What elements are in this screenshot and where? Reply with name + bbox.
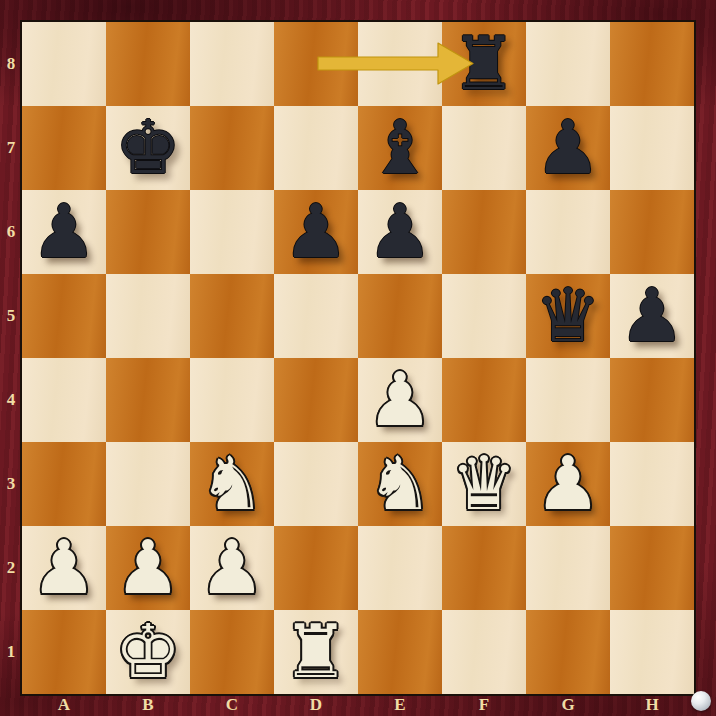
square-g1[interactable] (526, 610, 610, 694)
file-label-h: H (610, 694, 694, 716)
piece-black-pawn-a6[interactable]: ♟ (22, 190, 106, 274)
square-d2[interactable] (274, 526, 358, 610)
square-f1[interactable] (442, 610, 526, 694)
piece-white-pawn-b2[interactable]: ♟ (106, 526, 190, 610)
square-g8[interactable] (526, 22, 610, 106)
piece-black-pawn-d6[interactable]: ♟ (274, 190, 358, 274)
square-a3[interactable] (22, 442, 106, 526)
rank-label-5: 5 (0, 274, 22, 358)
square-e2[interactable] (358, 526, 442, 610)
piece-white-pawn-g3[interactable]: ♟ (526, 442, 610, 526)
file-label-b: B (106, 694, 190, 716)
rank-label-8: 8 (0, 22, 22, 106)
file-label-c: C (190, 694, 274, 716)
piece-white-queen-f3[interactable]: ♛ (442, 442, 526, 526)
file-label-a: A (22, 694, 106, 716)
square-g6[interactable] (526, 190, 610, 274)
square-d7[interactable] (274, 106, 358, 190)
square-d4[interactable] (274, 358, 358, 442)
square-b8[interactable] (106, 22, 190, 106)
square-b3[interactable] (106, 442, 190, 526)
file-labels: ABCDEFGH (22, 694, 694, 716)
piece-black-pawn-g7[interactable]: ♟ (526, 106, 610, 190)
file-label-d: D (274, 694, 358, 716)
square-f6[interactable] (442, 190, 526, 274)
square-e8[interactable] (358, 22, 442, 106)
board: ♜♚♝♟♟♟♟♛♟♟♞♞♛♟♟♟♟♚♜ (22, 22, 694, 694)
square-b4[interactable] (106, 358, 190, 442)
square-h8[interactable] (610, 22, 694, 106)
piece-black-king-b7[interactable]: ♚ (106, 106, 190, 190)
file-label-g: G (526, 694, 610, 716)
rank-label-1: 1 (0, 610, 22, 694)
rank-label-6: 6 (0, 190, 22, 274)
piece-white-pawn-e4[interactable]: ♟ (358, 358, 442, 442)
square-f7[interactable] (442, 106, 526, 190)
square-c5[interactable] (190, 274, 274, 358)
square-c4[interactable] (190, 358, 274, 442)
glossy-ball-icon (691, 691, 711, 711)
square-h2[interactable] (610, 526, 694, 610)
square-d5[interactable] (274, 274, 358, 358)
file-label-f: F (442, 694, 526, 716)
square-a1[interactable] (22, 610, 106, 694)
square-c8[interactable] (190, 22, 274, 106)
square-g4[interactable] (526, 358, 610, 442)
rank-labels: 87654321 (0, 22, 22, 694)
square-h6[interactable] (610, 190, 694, 274)
square-a7[interactable] (22, 106, 106, 190)
square-c7[interactable] (190, 106, 274, 190)
rank-label-2: 2 (0, 526, 22, 610)
rank-label-7: 7 (0, 106, 22, 190)
chess-board-frame: 87654321 ♜♚♝♟♟♟♟♛♟♟♞♞♛♟♟♟♟♚♜ ABCDEFGH (0, 0, 716, 716)
piece-white-pawn-a2[interactable]: ♟ (22, 526, 106, 610)
piece-white-knight-c3[interactable]: ♞ (190, 442, 274, 526)
piece-white-pawn-c2[interactable]: ♟ (190, 526, 274, 610)
square-e1[interactable] (358, 610, 442, 694)
square-f5[interactable] (442, 274, 526, 358)
square-g2[interactable] (526, 526, 610, 610)
square-h3[interactable] (610, 442, 694, 526)
square-a4[interactable] (22, 358, 106, 442)
square-d8[interactable] (274, 22, 358, 106)
piece-white-rook-d1[interactable]: ♜ (274, 610, 358, 694)
square-b6[interactable] (106, 190, 190, 274)
rank-label-3: 3 (0, 442, 22, 526)
piece-black-queen-g5[interactable]: ♛ (526, 274, 610, 358)
piece-black-rook-f8[interactable]: ♜ (442, 22, 526, 106)
piece-black-pawn-e6[interactable]: ♟ (358, 190, 442, 274)
square-d3[interactable] (274, 442, 358, 526)
square-c6[interactable] (190, 190, 274, 274)
rank-label-4: 4 (0, 358, 22, 442)
square-f2[interactable] (442, 526, 526, 610)
piece-white-knight-e3[interactable]: ♞ (358, 442, 442, 526)
square-c1[interactable] (190, 610, 274, 694)
square-f4[interactable] (442, 358, 526, 442)
square-e5[interactable] (358, 274, 442, 358)
square-h4[interactable] (610, 358, 694, 442)
square-h7[interactable] (610, 106, 694, 190)
piece-black-bishop-e7[interactable]: ♝ (358, 106, 442, 190)
file-label-e: E (358, 694, 442, 716)
square-h1[interactable] (610, 610, 694, 694)
square-a5[interactable] (22, 274, 106, 358)
piece-black-pawn-h5[interactable]: ♟ (610, 274, 694, 358)
square-b5[interactable] (106, 274, 190, 358)
piece-white-king-b1[interactable]: ♚ (106, 610, 190, 694)
square-a8[interactable] (22, 22, 106, 106)
